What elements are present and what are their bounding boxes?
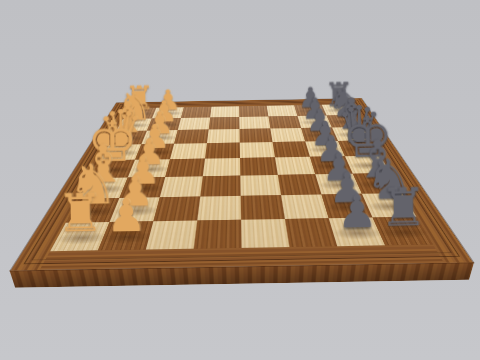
square-a5[interactable] [239,106,268,117]
square-f5[interactable] [240,175,281,196]
square-h2[interactable]: ♟ [98,221,153,250]
piece-white-pawn-h2[interactable]: ♟ [79,192,172,238]
square-c4[interactable] [207,129,240,143]
square-g5[interactable] [241,195,285,219]
square-e4[interactable] [203,158,241,176]
square-a4[interactable] [210,106,239,117]
square-b4[interactable] [209,117,240,130]
square-b5[interactable] [239,116,270,129]
piece-black-rook-h8[interactable]: ♜ [356,179,449,233]
square-e5[interactable] [240,157,278,175]
square-g4[interactable] [197,196,241,221]
square-d5[interactable] [240,142,275,158]
piece-anchor: ♟ [104,235,150,236]
square-d4[interactable] [205,143,240,159]
square-h4[interactable] [194,220,242,249]
square-f4[interactable] [200,176,240,197]
chess-board: ♜♟♟♜♞♟♟♞♝♟♟♝♛♟♟♛♚♟♟♚♝♟♟♝♞♟♟♞♜♟♟♜ [11,98,473,270]
square-h5[interactable] [241,219,289,248]
square-c5[interactable] [239,128,272,142]
scene-background: ♜♟♟♜♞♟♟♞♝♟♟♝♛♟♟♛♚♟♟♚♝♟♟♝♞♟♟♞♜♟♟♜ [0,0,480,360]
board-grid: ♜♟♟♜♞♟♟♞♝♟♟♝♛♟♟♛♚♟♟♚♝♟♟♝♞♟♟♞♜♟♟♜ [50,104,433,251]
board-front-edge [10,262,475,287]
piece-anchor: ♜ [379,230,425,231]
